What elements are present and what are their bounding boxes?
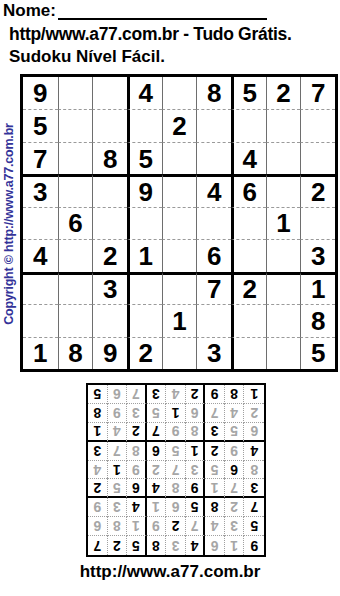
solution-cell-r2c9: 6 [88,517,108,536]
solution-cell-r8c5: 1 [166,404,186,423]
puzzle-cell-r7c2[interactable] [58,272,93,304]
solution-cell-r8c2: 4 [225,404,245,423]
solution-cell-r5c7: 9 [127,461,147,480]
solution-cell-r2c1: 5 [244,517,264,536]
solution-cell-r5c9: 4 [88,461,108,480]
puzzle-cell-r5c2[interactable]: 6 [58,207,93,239]
solution-cell-r6c2: 9 [225,442,245,461]
solution-cell-r9c6: 3 [147,385,167,404]
solution-cell-r3c7: 4 [127,498,147,517]
solution-cell-r7c9: 1 [88,423,108,442]
puzzle-cell-r7c3[interactable]: 3 [92,272,127,304]
puzzle-cell-r7c9[interactable]: 1 [300,272,335,304]
name-row: Nome: [3,1,333,20]
solution-cell-r9c2: 8 [225,385,245,404]
solution-cell-r1c7: 5 [127,536,147,555]
puzzle-cell-r8c8[interactable] [266,304,301,336]
solution-cell-r9c7: 7 [127,385,147,404]
puzzle-cell-r3c1[interactable]: 7 [23,142,58,174]
solution-cell-r1c8: 2 [108,536,128,555]
solution-cell-r2c6: 9 [147,517,167,536]
solution-cell-r3c5: 6 [166,498,186,517]
solution-cell-r3c8: 3 [108,498,128,517]
puzzle-cell-r1c9[interactable]: 7 [300,77,335,109]
solution-cell-r6c7: 8 [127,442,147,461]
puzzle-cell-r5c4[interactable] [127,207,162,239]
puzzle-cell-r9c5[interactable] [162,337,197,369]
solution-cell-r1c5: 3 [166,536,186,555]
solution-cell-r8c7: 3 [127,404,147,423]
solution-cell-r4c1: 3 [244,479,264,498]
puzzle-level-title: Sudoku Nível Fácil. [9,47,165,67]
solution-cell-r5c8: 1 [108,461,128,480]
puzzle-cell-r4c4[interactable]: 9 [127,174,162,206]
solution-cell-r8c3: 7 [205,404,225,423]
solution-cell-r6c9: 3 [88,442,108,461]
puzzle-cell-r1c7[interactable]: 5 [231,77,266,109]
solution-cell-r1c2: 1 [225,536,245,555]
puzzle-cell-r1c1[interactable]: 9 [23,77,58,109]
puzzle-cell-r7c5[interactable] [162,272,197,304]
puzzle-cell-r5c8[interactable]: 1 [266,207,301,239]
puzzle-cell-r9c8[interactable] [266,337,301,369]
puzzle-cell-r1c6[interactable]: 8 [196,77,231,109]
solution-cell-r7c7: 2 [127,423,147,442]
solution-cell-r7c2: 5 [225,423,245,442]
solution-cell-r7c1: 6 [244,423,264,442]
puzzle-cell-r4c9[interactable]: 2 [300,174,335,206]
puzzle-cell-r6c2[interactable] [58,239,93,271]
puzzle-cell-r1c3[interactable] [92,77,127,109]
name-blank-line [58,1,267,20]
puzzle-cell-r6c4[interactable]: 1 [127,239,162,271]
puzzle-cell-r6c9[interactable]: 3 [300,239,335,271]
solution-cell-r2c3: 4 [205,517,225,536]
solution-cell-r4c4: 9 [186,479,206,498]
solution-cell-r7c5: 9 [166,423,186,442]
puzzle-cell-r3c4[interactable]: 5 [127,142,162,174]
solution-cell-r6c4: 1 [186,442,206,461]
puzzle-cell-r5c1[interactable] [23,207,58,239]
puzzle-cell-r4c1[interactable]: 3 [23,174,58,206]
sudoku-solution-grid-rotated: 9164385275347291867285614393719846528653… [86,383,266,557]
solution-cell-r1c6: 8 [147,536,167,555]
solution-cell-r6c8: 7 [108,442,128,461]
solution-cell-r4c5: 8 [166,479,186,498]
puzzle-cell-r3c5[interactable] [162,142,197,174]
puzzle-cell-r7c4[interactable] [127,272,162,304]
solution-cell-r3c4: 5 [186,498,206,517]
puzzle-cell-r6c7[interactable] [231,239,266,271]
puzzle-cell-r4c3[interactable] [92,174,127,206]
solution-cell-r6c5: 5 [166,442,186,461]
puzzle-cell-r4c6[interactable]: 4 [196,174,231,206]
solution-cell-r3c6: 1 [147,498,167,517]
puzzle-cell-r4c8[interactable] [266,174,301,206]
solution-cell-r5c4: 3 [186,461,206,480]
solution-cell-r8c6: 5 [147,404,167,423]
solution-cell-r3c3: 8 [205,498,225,517]
puzzle-cell-r4c5[interactable] [162,174,197,206]
solution-cell-r2c4: 7 [186,517,206,536]
solution-cell-r6c3: 2 [205,442,225,461]
solution-cell-r7c4: 8 [186,423,206,442]
solution-cell-r8c8: 9 [108,404,128,423]
puzzle-cell-r5c3[interactable] [92,207,127,239]
puzzle-cell-r8c2[interactable] [58,304,93,336]
puzzle-cell-r8c6[interactable] [196,304,231,336]
solution-cell-r4c2: 7 [225,479,245,498]
solution-cell-r8c9: 8 [88,404,108,423]
solution-cell-r6c6: 6 [147,442,167,461]
puzzle-cell-r2c3[interactable] [92,109,127,141]
solution-cell-r2c2: 3 [225,517,245,536]
sudoku-puzzle-grid: 948527527854394626142163372118189235 [20,74,338,372]
puzzle-cell-r5c9[interactable] [300,207,335,239]
solution-cell-r9c5: 4 [166,385,186,404]
puzzle-cell-r6c8[interactable] [266,239,301,271]
solution-cell-r1c4: 4 [186,536,206,555]
puzzle-cell-r2c7[interactable] [231,109,266,141]
puzzle-cell-r3c9[interactable] [300,142,335,174]
solution-cell-r4c7: 6 [127,479,147,498]
solution-cell-r9c3: 9 [205,385,225,404]
solution-cell-r8c4: 6 [186,404,206,423]
puzzle-cell-r1c5[interactable] [162,77,197,109]
puzzle-cell-r9c7[interactable] [231,337,266,369]
puzzle-cell-r9c9[interactable]: 5 [300,337,335,369]
puzzle-cell-r8c4[interactable] [127,304,162,336]
puzzle-cell-r3c7[interactable]: 4 [231,142,266,174]
solution-cell-r5c1: 8 [244,461,264,480]
puzzle-cell-r4c2[interactable] [58,174,93,206]
puzzle-cell-r3c8[interactable] [266,142,301,174]
solution-cell-r2c5: 2 [166,517,186,536]
puzzle-cell-r6c1[interactable]: 4 [23,239,58,271]
solution-cell-r7c3: 3 [205,423,225,442]
puzzle-cell-r8c1[interactable] [23,304,58,336]
solution-cell-r1c3: 6 [205,536,225,555]
solution-cell-r4c8: 5 [108,479,128,498]
puzzle-cell-r8c7[interactable] [231,304,266,336]
solution-cell-r2c8: 8 [108,517,128,536]
solution-cell-r4c9: 2 [88,479,108,498]
solution-cell-r2c7: 1 [127,517,147,536]
puzzle-cell-r9c4[interactable]: 2 [127,337,162,369]
puzzle-cell-r2c5[interactable]: 2 [162,109,197,141]
solution-cell-r6c1: 4 [244,442,264,461]
solution-cell-r8c1: 2 [244,404,264,423]
puzzle-cell-r3c6[interactable] [196,142,231,174]
puzzle-cell-r1c8[interactable]: 2 [266,77,301,109]
puzzle-cell-r9c3[interactable]: 9 [92,337,127,369]
puzzle-cell-r4c7[interactable]: 6 [231,174,266,206]
puzzle-cell-r2c9[interactable] [300,109,335,141]
puzzle-cell-r8c5[interactable]: 1 [162,304,197,336]
solution-cell-r1c9: 7 [88,536,108,555]
puzzle-cell-r7c1[interactable] [23,272,58,304]
solution-cell-r9c9: 5 [88,385,108,404]
solution-cell-r9c1: 1 [244,385,264,404]
puzzle-cell-r6c3[interactable]: 2 [92,239,127,271]
puzzle-cell-r5c7[interactable] [231,207,266,239]
puzzle-cell-r6c5[interactable] [162,239,197,271]
puzzle-cell-r5c5[interactable] [162,207,197,239]
solution-cell-r5c3: 5 [205,461,225,480]
solution-cell-r5c5: 7 [166,461,186,480]
puzzle-cell-r5c6[interactable] [196,207,231,239]
puzzle-cell-r6c6[interactable]: 6 [196,239,231,271]
solution-cell-r3c1: 7 [244,498,264,517]
puzzle-cell-r2c1[interactable]: 5 [23,109,58,141]
puzzle-cell-r7c8[interactable] [266,272,301,304]
name-label: Nome: [3,1,56,20]
puzzle-cell-r1c2[interactable] [58,77,93,109]
solution-cell-r7c6: 7 [147,423,167,442]
site-title: http/www.a77.com.br - Tudo Grátis. [9,24,291,45]
puzzle-cell-r2c6[interactable] [196,109,231,141]
puzzle-cell-r8c3[interactable] [92,304,127,336]
copyright-vertical-text: Copyright © http://www.a77.com.br [2,76,16,372]
solution-cell-r3c9: 9 [88,498,108,517]
solution-cell-r9c4: 2 [186,385,206,404]
solution-cell-r4c3: 1 [205,479,225,498]
solution-cell-r7c8: 4 [108,423,128,442]
puzzle-cell-r9c6[interactable]: 3 [196,337,231,369]
puzzle-cell-r2c4[interactable] [127,109,162,141]
puzzle-cell-r7c6[interactable]: 7 [196,272,231,304]
puzzle-cell-r2c8[interactable] [266,109,301,141]
footer-url: http://www.a77.com.br [0,562,340,582]
solution-cell-r1c1: 9 [244,536,264,555]
solution-cell-r9c8: 6 [108,385,128,404]
solution-cell-r5c6: 2 [147,461,167,480]
puzzle-cell-r9c1[interactable]: 1 [23,337,58,369]
solution-cell-r3c2: 2 [225,498,245,517]
puzzle-cell-r3c3[interactable]: 8 [92,142,127,174]
puzzle-cell-r7c7[interactable]: 2 [231,272,266,304]
puzzle-cell-r9c2[interactable]: 8 [58,337,93,369]
puzzle-cell-r8c9[interactable]: 8 [300,304,335,336]
puzzle-cell-r2c2[interactable] [58,109,93,141]
puzzle-cell-r1c4[interactable]: 4 [127,77,162,109]
puzzle-cell-r3c2[interactable] [58,142,93,174]
solution-cell-r4c6: 4 [147,479,167,498]
solution-cell-r5c2: 6 [225,461,245,480]
